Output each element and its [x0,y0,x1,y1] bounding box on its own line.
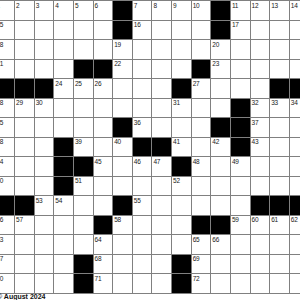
clue-number: 39 [75,138,82,145]
cell-r15c7[interactable] [113,274,133,294]
clue-number: 49 [232,158,239,165]
cell-r13c13[interactable] [231,235,251,255]
cell-r11c15 [270,196,290,216]
cell-r1c13[interactable]: 11 [231,1,251,21]
cell-r1c10[interactable]: 9 [172,1,192,21]
cell-r10c6[interactable] [94,177,114,197]
cell-r2c13[interactable]: 17 [231,21,251,41]
cell-r6c4[interactable] [54,99,74,119]
cell-r9c15[interactable] [270,157,290,177]
cell-r13c2[interactable] [15,235,35,255]
cell-r15c12[interactable] [211,274,231,294]
cell-r6c16[interactable]: 34 [290,99,300,119]
cell-r2c7 [113,21,133,41]
clue-number: 4 [55,2,58,9]
cell-r7c12 [211,118,231,138]
cell-r8c8 [133,138,153,158]
cell-r1c4[interactable]: 4 [54,1,74,21]
cell-r9c13[interactable]: 49 [231,157,251,177]
cell-r9c10 [172,157,192,177]
cell-r11c4[interactable]: 54 [54,196,74,216]
clue-number: 66 [212,236,219,243]
clue-number: 55 [134,197,141,204]
cell-r5c12[interactable] [211,79,231,99]
cell-r11c1 [0,196,15,216]
cell-r1c7 [113,1,133,21]
cell-r5c10 [172,79,192,99]
cell-r6c14[interactable]: 32 [251,99,271,119]
cell-r5c6[interactable]: 26 [94,79,114,99]
cell-r13c1[interactable]: 63 [0,235,15,255]
cell-r4c5 [74,60,94,80]
clue-number: 47 [153,158,160,165]
cell-r4c15[interactable] [270,60,290,80]
cell-r6c12[interactable] [211,99,231,119]
cell-r11c11[interactable] [192,196,212,216]
cell-r15c2[interactable] [15,274,35,294]
clue-number: 37 [252,119,259,126]
clue-number: 22 [114,60,121,67]
cell-r6c6[interactable] [94,99,114,119]
cell-r2c6[interactable] [94,21,114,41]
cell-r12c12 [211,216,231,236]
cell-r4c16[interactable] [290,60,300,80]
cell-r1c12 [211,1,231,21]
clue-number: 59 [232,216,239,223]
cell-r6c5[interactable] [74,99,94,119]
cell-r15c6[interactable]: 71 [94,274,114,294]
cell-r12c1[interactable]: 56 [0,216,15,236]
cell-r13c6[interactable]: 64 [94,235,114,255]
cell-r6c10[interactable]: 31 [172,99,192,119]
cell-r9c4 [54,157,74,177]
cell-r1c1[interactable]: 1 [0,1,15,21]
cell-r12c7[interactable]: 58 [113,216,133,236]
clue-number: 7 [134,2,137,9]
cell-r8c2[interactable] [15,138,35,158]
cell-r7c9[interactable] [152,118,172,138]
cell-r6c9[interactable] [152,99,172,119]
cell-r9c9[interactable]: 47 [152,157,172,177]
cell-r6c1[interactable]: 28 [0,99,15,119]
cell-r8c4 [54,138,74,158]
cell-r3c5[interactable] [74,40,94,60]
cell-r5c7[interactable] [113,79,133,99]
clue-number: 31 [173,99,180,106]
cell-r11c16 [290,196,300,216]
cell-r3c14[interactable] [251,40,271,60]
cell-r6c11[interactable] [192,99,212,119]
cell-r10c7[interactable] [113,177,133,197]
cell-r2c4[interactable] [54,21,74,41]
clue-number: 65 [193,236,200,243]
cell-r7c4[interactable] [54,118,74,138]
cell-r6c8[interactable] [133,99,153,119]
clue-number: 48 [193,158,200,165]
cell-r8c16[interactable] [290,138,300,158]
clue-number: 18 [0,41,3,48]
cell-r1c14[interactable]: 12 [251,1,271,21]
cell-r10c13[interactable] [231,177,251,197]
cell-r15c14[interactable] [251,274,271,294]
cell-r7c15[interactable] [270,118,290,138]
cell-r6c13 [231,99,251,119]
clue-number: 70 [0,275,3,282]
cell-r4c2[interactable] [15,60,35,80]
cell-r10c16[interactable] [290,177,300,197]
clue-number: 68 [95,255,102,262]
cell-r2c10[interactable] [172,21,192,41]
cell-r9c14[interactable] [251,157,271,177]
clue-number: 58 [114,216,121,223]
cell-r8c3[interactable] [35,138,55,158]
cell-r7c8[interactable]: 36 [133,118,153,138]
clue-number: 17 [232,21,239,28]
cell-r11c10[interactable] [172,196,192,216]
cell-r14c2[interactable] [15,255,35,275]
clue-number: 12 [252,2,259,9]
cell-r14c3[interactable] [35,255,55,275]
cell-r5c4[interactable]: 24 [54,79,74,99]
clue-number: 19 [114,41,121,48]
cell-r7c1[interactable]: 35 [0,118,15,138]
cell-r12c5[interactable] [74,216,94,236]
cell-r14c10 [172,255,192,275]
cell-r9c8[interactable]: 46 [133,157,153,177]
cell-r13c9[interactable] [152,235,172,255]
cell-r12c16[interactable]: 62 [290,216,300,236]
clue-number: 8 [153,2,156,9]
cell-r8c13 [231,138,251,158]
cell-r14c13[interactable] [231,255,251,275]
cell-r14c5 [74,255,94,275]
cell-r4c4[interactable] [54,60,74,80]
cell-r5c13[interactable] [231,79,251,99]
cell-r4c10[interactable] [172,60,192,80]
cell-r14c8[interactable] [133,255,153,275]
cell-r5c14[interactable] [251,79,271,99]
cell-r12c4[interactable] [54,216,74,236]
cell-r4c7[interactable]: 22 [113,60,133,80]
cell-r5c8[interactable] [133,79,153,99]
cell-r13c14[interactable] [251,235,271,255]
clue-number: 62 [291,216,298,223]
cell-r11c6[interactable] [94,196,114,216]
clue-number: 63 [0,236,3,243]
cell-r15c4[interactable] [54,274,74,294]
cell-r5c2 [15,79,35,99]
clue-number: 29 [16,99,23,106]
clue-number: 38 [0,138,3,145]
cell-r5c11[interactable]: 27 [192,79,212,99]
cell-r10c4 [54,177,74,197]
cell-r15c8[interactable] [133,274,153,294]
cell-r7c2[interactable] [15,118,35,138]
cell-r4c11 [192,60,212,80]
cell-r1c2[interactable]: 2 [15,1,35,21]
cell-r2c8[interactable]: 16 [133,21,153,41]
clue-number: 14 [291,2,298,9]
cell-r11c2 [15,196,35,216]
cell-r13c16[interactable] [290,235,300,255]
cell-r15c10 [172,274,192,294]
clue-number: 69 [193,255,200,262]
clue-number: 27 [193,80,200,87]
cell-r11c13[interactable] [231,196,251,216]
copyright-caption: © August 2024 [0,293,45,300]
clue-number: 6 [95,2,98,9]
cell-r15c5 [74,274,94,294]
cell-r12c2[interactable]: 57 [15,216,35,236]
cell-r8c11[interactable] [192,138,212,158]
cell-r12c8[interactable] [133,216,153,236]
cell-r3c3[interactable] [35,40,55,60]
cell-r6c3[interactable]: 30 [35,99,55,119]
cell-r11c12[interactable] [211,196,231,216]
cell-r4c14[interactable] [251,60,271,80]
cell-r10c12[interactable] [211,177,231,197]
cell-r10c14[interactable] [251,177,271,197]
cell-r14c7[interactable] [113,255,133,275]
cell-r7c7 [113,118,133,138]
clue-number: 30 [36,99,43,106]
cell-r7c5[interactable] [74,118,94,138]
clue-number: 5 [75,2,78,9]
cell-r2c15[interactable] [270,21,290,41]
cell-r6c15[interactable]: 33 [270,99,290,119]
clue-number: 46 [134,158,141,165]
cell-r10c8[interactable] [133,177,153,197]
cell-r7c10[interactable] [172,118,192,138]
cell-r3c10[interactable] [172,40,192,60]
cell-r14c9[interactable] [152,255,172,275]
cell-r15c3[interactable] [35,274,55,294]
cell-r13c15[interactable] [270,235,290,255]
cell-r13c8[interactable] [133,235,153,255]
cell-r13c10[interactable] [172,235,192,255]
cell-r2c2[interactable] [15,21,35,41]
cell-r8c1[interactable]: 38 [0,138,15,158]
cell-r13c7[interactable] [113,235,133,255]
clue-number: 51 [75,177,82,184]
cell-r13c3[interactable] [35,235,55,255]
cell-r8c12[interactable]: 42 [211,138,231,158]
clue-number: 54 [55,197,62,204]
cell-r2c11[interactable] [192,21,212,41]
cell-r7c16[interactable] [290,118,300,138]
clue-number: 35 [0,119,3,126]
cell-r5c16 [290,79,300,99]
cell-r1c15[interactable]: 13 [270,1,290,21]
clue-number: 33 [271,99,278,106]
crossword-grid: 1234567891011121314151617181920212223242… [0,0,300,294]
cell-r3c16[interactable] [290,40,300,60]
cell-r3c15[interactable] [270,40,290,60]
cell-r1c9[interactable]: 8 [152,1,172,21]
clue-number: 28 [0,99,3,106]
clue-number: 57 [16,216,23,223]
clue-number: 32 [252,99,259,106]
clue-number: 20 [212,41,219,48]
cell-r3c7[interactable]: 19 [113,40,133,60]
crossword-page: 1234567891011121314151617181920212223242… [0,0,300,300]
clue-number: 2 [16,2,19,9]
clue-number: 23 [212,60,219,67]
cell-r3c13[interactable] [231,40,251,60]
clue-number: 60 [252,216,259,223]
cell-r12c9[interactable] [152,216,172,236]
cell-r5c9[interactable] [152,79,172,99]
cell-r10c3[interactable] [35,177,55,197]
clue-number: 16 [134,21,141,28]
cell-r1c8[interactable]: 7 [133,1,153,21]
cell-r14c11[interactable]: 69 [192,255,212,275]
clue-number: 21 [0,60,3,67]
cell-r8c10[interactable]: 41 [172,138,192,158]
cell-r9c11[interactable]: 48 [192,157,212,177]
cell-r10c9[interactable] [152,177,172,197]
cell-r4c9[interactable] [152,60,172,80]
clue-number: 41 [173,138,180,145]
clue-number: 36 [134,119,141,126]
cell-r14c15[interactable] [270,255,290,275]
cell-r10c2[interactable] [15,177,35,197]
cell-r12c3[interactable] [35,216,55,236]
cell-r1c6[interactable]: 6 [94,1,114,21]
cell-r7c14[interactable]: 37 [251,118,271,138]
cell-r3c12[interactable]: 20 [211,40,231,60]
cell-r2c16[interactable] [290,21,300,41]
clue-number: 9 [173,2,176,9]
cell-r4c1[interactable]: 21 [0,60,15,80]
clue-number: 15 [0,21,3,28]
cell-r9c12[interactable] [211,157,231,177]
cell-r7c6[interactable] [94,118,114,138]
cell-r6c2[interactable]: 29 [15,99,35,119]
cell-r3c11[interactable] [192,40,212,60]
cell-r12c13[interactable]: 59 [231,216,251,236]
cell-r9c7[interactable] [113,157,133,177]
clue-number: 67 [0,255,3,262]
cell-r14c6[interactable]: 68 [94,255,114,275]
cell-r8c5[interactable]: 39 [74,138,94,158]
cell-r11c5[interactable] [74,196,94,216]
cell-r15c16[interactable] [290,274,300,294]
cell-r15c11[interactable]: 72 [192,274,212,294]
cell-r1c11[interactable]: 10 [192,1,212,21]
cell-r1c5[interactable]: 5 [74,1,94,21]
cell-r14c1[interactable]: 67 [0,255,15,275]
cell-r13c12[interactable]: 66 [211,235,231,255]
clue-number: 50 [0,177,3,184]
cell-r8c9 [152,138,172,158]
cell-r9c3[interactable] [35,157,55,177]
cell-r15c15[interactable] [270,274,290,294]
cell-r9c2[interactable] [15,157,35,177]
clue-number: 25 [75,80,82,87]
clue-number: 61 [271,216,278,223]
cell-r12c10[interactable] [172,216,192,236]
cell-r5c3 [35,79,55,99]
cell-r8c15[interactable] [270,138,290,158]
cell-r11c8[interactable]: 55 [133,196,153,216]
cell-r13c4[interactable] [54,235,74,255]
cell-r8c14[interactable]: 43 [251,138,271,158]
cell-r11c7 [113,196,133,216]
cell-r6c7[interactable] [113,99,133,119]
cell-r7c13 [231,118,251,138]
cell-r12c15[interactable]: 61 [270,216,290,236]
clue-number: 71 [95,275,102,282]
cell-r3c6[interactable] [94,40,114,60]
cell-r15c1[interactable]: 70 [0,274,15,294]
cell-r3c4[interactable] [54,40,74,60]
cell-r3c9[interactable] [152,40,172,60]
cell-r11c9[interactable] [152,196,172,216]
cell-r10c11[interactable] [192,177,212,197]
cell-r7c11[interactable] [192,118,212,138]
cell-r4c12[interactable]: 23 [211,60,231,80]
cell-r10c15[interactable] [270,177,290,197]
cell-r14c4[interactable] [54,255,74,275]
cell-r14c12[interactable] [211,255,231,275]
cell-r3c8[interactable] [133,40,153,60]
cell-r3c2[interactable] [15,40,35,60]
cell-r10c10[interactable]: 52 [172,177,192,197]
cell-r5c5[interactable]: 25 [74,79,94,99]
cell-r12c14[interactable]: 60 [251,216,271,236]
cell-r9c1[interactable]: 44 [0,157,15,177]
cell-r9c5 [74,157,94,177]
cell-r2c14[interactable] [251,21,271,41]
cell-r15c13[interactable] [231,274,251,294]
cell-r8c7[interactable]: 40 [113,138,133,158]
cell-r5c15 [270,79,290,99]
clue-number: 42 [212,138,219,145]
cell-r10c1[interactable]: 50 [0,177,15,197]
clue-number: 24 [55,80,62,87]
cell-r1c3[interactable]: 3 [35,1,55,21]
cell-r10c5[interactable]: 51 [74,177,94,197]
cell-r13c5[interactable] [74,235,94,255]
clue-number: 53 [36,197,43,204]
cell-r2c3[interactable] [35,21,55,41]
cell-r1c16[interactable]: 14 [290,1,300,21]
cell-r2c5[interactable] [74,21,94,41]
cell-r9c16[interactable] [290,157,300,177]
cell-r9c6[interactable]: 45 [94,157,114,177]
cell-r4c3[interactable] [35,60,55,80]
cell-r13c11[interactable]: 65 [192,235,212,255]
cell-r7c3[interactable] [35,118,55,138]
cell-r4c6 [94,60,114,80]
clue-number: 34 [291,99,298,106]
cell-r2c9[interactable] [152,21,172,41]
clue-number: 64 [95,236,102,243]
cell-r8c6[interactable] [94,138,114,158]
cell-r14c16[interactable] [290,255,300,275]
cell-r4c13[interactable] [231,60,251,80]
clue-number: 11 [232,2,238,9]
cell-r14c14[interactable] [251,255,271,275]
cell-r4c8[interactable] [133,60,153,80]
clue-number: 3 [36,2,39,9]
clue-number: 72 [193,275,200,282]
cell-r15c9[interactable] [152,274,172,294]
cell-r3c1[interactable]: 18 [0,40,15,60]
cell-r11c3[interactable]: 53 [35,196,55,216]
cell-r2c1[interactable]: 15 [0,21,15,41]
